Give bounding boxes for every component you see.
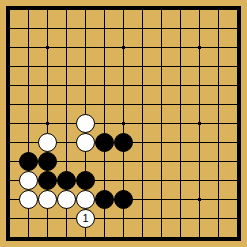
intersection[interactable] — [0, 171, 19, 190]
intersection[interactable] — [95, 209, 114, 228]
intersection[interactable] — [171, 95, 190, 114]
intersection[interactable] — [228, 133, 247, 152]
intersection[interactable] — [19, 19, 38, 38]
intersection[interactable] — [209, 76, 228, 95]
intersection[interactable] — [0, 133, 19, 152]
white-stone — [76, 114, 95, 133]
intersection[interactable] — [19, 76, 38, 95]
intersection[interactable] — [171, 114, 190, 133]
intersection[interactable] — [190, 133, 209, 152]
intersection[interactable] — [114, 152, 133, 171]
intersection[interactable] — [190, 171, 209, 190]
black-stone — [57, 171, 76, 190]
intersection[interactable] — [57, 114, 76, 133]
intersection[interactable] — [57, 190, 76, 209]
intersection[interactable] — [76, 57, 95, 76]
intersection[interactable] — [228, 190, 247, 209]
intersection[interactable] — [228, 0, 247, 19]
black-stone — [38, 171, 57, 190]
intersection[interactable] — [76, 190, 95, 209]
intersection[interactable] — [133, 19, 152, 38]
intersection[interactable] — [228, 152, 247, 171]
intersection[interactable] — [38, 38, 57, 57]
intersection[interactable] — [38, 228, 57, 247]
intersection[interactable] — [95, 133, 114, 152]
intersection[interactable] — [57, 209, 76, 228]
intersection[interactable] — [228, 209, 247, 228]
intersection[interactable] — [209, 57, 228, 76]
intersection[interactable] — [76, 133, 95, 152]
white-stone — [19, 171, 38, 190]
intersection[interactable] — [209, 171, 228, 190]
intersection[interactable] — [152, 190, 171, 209]
hoshi-star-point — [46, 122, 49, 125]
intersection[interactable] — [38, 19, 57, 38]
intersection[interactable] — [57, 19, 76, 38]
intersection[interactable] — [152, 152, 171, 171]
intersection[interactable] — [171, 19, 190, 38]
intersection[interactable] — [209, 152, 228, 171]
intersection[interactable] — [76, 228, 95, 247]
intersection[interactable] — [133, 114, 152, 133]
intersection[interactable] — [209, 209, 228, 228]
intersection[interactable] — [95, 228, 114, 247]
intersection[interactable] — [133, 57, 152, 76]
black-stone — [95, 133, 114, 152]
intersection[interactable] — [152, 57, 171, 76]
intersection[interactable] — [19, 228, 38, 247]
intersection[interactable] — [19, 152, 38, 171]
intersection[interactable] — [133, 133, 152, 152]
intersection[interactable] — [95, 57, 114, 76]
intersection[interactable] — [57, 133, 76, 152]
black-stone — [114, 133, 133, 152]
intersection[interactable] — [38, 95, 57, 114]
hoshi-star-point — [198, 122, 201, 125]
intersection[interactable] — [228, 19, 247, 38]
intersection[interactable] — [95, 114, 114, 133]
intersection[interactable] — [57, 0, 76, 19]
intersection[interactable] — [95, 38, 114, 57]
intersection[interactable] — [38, 76, 57, 95]
intersection[interactable] — [19, 171, 38, 190]
intersection[interactable] — [76, 171, 95, 190]
intersection[interactable] — [171, 152, 190, 171]
intersection[interactable] — [95, 95, 114, 114]
intersection[interactable] — [171, 57, 190, 76]
intersection[interactable] — [133, 171, 152, 190]
white-stone — [57, 190, 76, 209]
hoshi-star-point — [46, 46, 49, 49]
intersection[interactable] — [38, 0, 57, 19]
intersection[interactable] — [57, 38, 76, 57]
intersection[interactable] — [0, 57, 19, 76]
intersection[interactable] — [171, 76, 190, 95]
intersection[interactable] — [114, 95, 133, 114]
intersection[interactable] — [133, 0, 152, 19]
intersection[interactable] — [152, 95, 171, 114]
intersection[interactable] — [190, 209, 209, 228]
intersection[interactable] — [38, 171, 57, 190]
intersection[interactable] — [38, 57, 57, 76]
intersection[interactable] — [0, 0, 19, 19]
intersection[interactable] — [95, 171, 114, 190]
intersection[interactable] — [171, 38, 190, 57]
intersection[interactable] — [0, 190, 19, 209]
intersection[interactable] — [0, 114, 19, 133]
intersection[interactable] — [209, 38, 228, 57]
intersection[interactable] — [95, 152, 114, 171]
intersection[interactable] — [209, 114, 228, 133]
intersection[interactable] — [38, 152, 57, 171]
hoshi-star-point — [198, 198, 201, 201]
intersection[interactable] — [190, 95, 209, 114]
intersection[interactable] — [209, 133, 228, 152]
intersection[interactable] — [19, 38, 38, 57]
intersection[interactable] — [190, 190, 209, 209]
intersection[interactable] — [133, 152, 152, 171]
intersection[interactable] — [114, 133, 133, 152]
intersection[interactable] — [76, 152, 95, 171]
intersection[interactable] — [190, 114, 209, 133]
intersection[interactable] — [19, 209, 38, 228]
intersection[interactable] — [133, 38, 152, 57]
intersection[interactable] — [76, 19, 95, 38]
intersection[interactable] — [114, 38, 133, 57]
intersection[interactable] — [152, 171, 171, 190]
intersection[interactable] — [0, 152, 19, 171]
intersection[interactable] — [133, 95, 152, 114]
intersection[interactable] — [0, 19, 19, 38]
intersection[interactable] — [19, 190, 38, 209]
intersection[interactable] — [38, 114, 57, 133]
intersection[interactable]: 1 — [76, 209, 95, 228]
intersection[interactable] — [38, 133, 57, 152]
intersection[interactable] — [57, 95, 76, 114]
intersection[interactable] — [95, 0, 114, 19]
move-number-label: 1 — [82, 213, 88, 224]
intersection[interactable] — [171, 228, 190, 247]
white-stone — [76, 133, 95, 152]
intersection[interactable] — [190, 0, 209, 19]
intersection[interactable] — [0, 95, 19, 114]
intersection[interactable] — [38, 190, 57, 209]
black-stone — [95, 190, 114, 209]
intersection[interactable] — [209, 0, 228, 19]
intersection[interactable] — [19, 114, 38, 133]
intersection[interactable] — [76, 114, 95, 133]
black-stone — [76, 171, 95, 190]
intersection[interactable] — [114, 228, 133, 247]
goban-diagram: 1 — [0, 0, 247, 247]
intersection[interactable] — [57, 57, 76, 76]
intersection[interactable] — [57, 152, 76, 171]
intersection[interactable] — [152, 228, 171, 247]
intersection[interactable] — [114, 19, 133, 38]
intersection[interactable] — [152, 0, 171, 19]
intersection[interactable] — [190, 57, 209, 76]
intersection[interactable] — [133, 190, 152, 209]
intersection[interactable] — [133, 76, 152, 95]
intersection[interactable] — [228, 57, 247, 76]
intersection[interactable] — [228, 38, 247, 57]
intersection[interactable] — [76, 95, 95, 114]
intersection[interactable] — [171, 209, 190, 228]
intersection[interactable] — [228, 114, 247, 133]
hoshi-star-point — [122, 122, 125, 125]
white-stone — [19, 190, 38, 209]
intersection[interactable] — [76, 0, 95, 19]
intersection[interactable] — [76, 76, 95, 95]
intersection[interactable] — [152, 133, 171, 152]
intersection[interactable] — [114, 190, 133, 209]
intersection[interactable] — [114, 209, 133, 228]
white-stone-move-1: 1 — [76, 209, 95, 228]
intersection[interactable] — [95, 19, 114, 38]
intersection[interactable] — [0, 228, 19, 247]
intersection[interactable] — [228, 228, 247, 247]
intersection[interactable] — [190, 19, 209, 38]
intersection[interactable] — [114, 76, 133, 95]
intersection[interactable] — [0, 38, 19, 57]
intersection[interactable] — [114, 57, 133, 76]
black-stone — [19, 152, 38, 171]
intersection[interactable] — [133, 228, 152, 247]
intersection[interactable] — [0, 209, 19, 228]
intersection[interactable] — [190, 228, 209, 247]
intersection[interactable] — [228, 76, 247, 95]
intersection[interactable] — [228, 95, 247, 114]
intersection[interactable] — [171, 0, 190, 19]
intersection[interactable] — [209, 228, 228, 247]
intersection[interactable] — [57, 76, 76, 95]
intersection[interactable] — [209, 190, 228, 209]
intersection[interactable] — [114, 171, 133, 190]
intersection[interactable] — [171, 190, 190, 209]
intersection[interactable] — [57, 228, 76, 247]
black-stone — [38, 152, 57, 171]
intersection[interactable] — [171, 133, 190, 152]
intersection[interactable] — [114, 114, 133, 133]
intersection[interactable] — [152, 19, 171, 38]
intersection[interactable] — [57, 171, 76, 190]
hoshi-star-point — [198, 46, 201, 49]
intersection[interactable] — [190, 76, 209, 95]
intersection[interactable] — [133, 209, 152, 228]
intersection[interactable] — [19, 133, 38, 152]
intersection[interactable] — [19, 0, 38, 19]
intersection[interactable] — [190, 38, 209, 57]
intersection[interactable] — [152, 76, 171, 95]
intersection[interactable] — [190, 152, 209, 171]
intersection[interactable] — [19, 57, 38, 76]
white-stone — [76, 190, 95, 209]
intersection[interactable] — [209, 19, 228, 38]
black-stone — [114, 190, 133, 209]
intersection[interactable] — [0, 76, 19, 95]
go-board: 1 — [0, 0, 247, 247]
intersection[interactable] — [209, 95, 228, 114]
hoshi-star-point — [122, 46, 125, 49]
intersection[interactable] — [76, 38, 95, 57]
white-stone — [38, 190, 57, 209]
intersection[interactable] — [95, 76, 114, 95]
intersection[interactable] — [95, 190, 114, 209]
intersection[interactable] — [152, 114, 171, 133]
intersection[interactable] — [114, 0, 133, 19]
intersection[interactable] — [19, 95, 38, 114]
intersection[interactable] — [228, 171, 247, 190]
intersection[interactable] — [152, 209, 171, 228]
intersection[interactable] — [152, 38, 171, 57]
intersection[interactable] — [38, 209, 57, 228]
intersection[interactable] — [171, 171, 190, 190]
white-stone — [38, 133, 57, 152]
